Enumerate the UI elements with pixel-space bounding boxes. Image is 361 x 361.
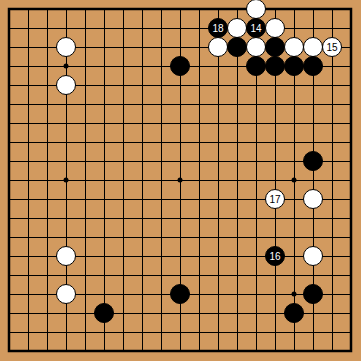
stone-white-R6 — [304, 247, 323, 266]
stone-black-O16 — [247, 57, 266, 76]
stone-white-N18 — [228, 19, 247, 38]
black-stone-circle — [304, 57, 323, 76]
stone-black-P6: 16 — [266, 247, 285, 266]
stone-black-Q16 — [285, 57, 304, 76]
black-stone-circle — [247, 57, 266, 76]
black-stone-circle — [247, 19, 266, 38]
black-stone-circle — [304, 285, 323, 304]
go-board: 1814151716 — [0, 0, 361, 361]
black-stone-circle — [266, 247, 285, 266]
stone-black-Q3 — [285, 304, 304, 323]
black-stone-circle — [209, 19, 228, 38]
white-stone-circle — [209, 38, 228, 57]
black-stone-circle — [285, 57, 304, 76]
white-stone-circle — [304, 38, 323, 57]
stone-white-O19 — [247, 0, 266, 19]
white-stone-circle — [304, 190, 323, 209]
stone-white-R17 — [304, 38, 323, 57]
white-stone-circle — [266, 190, 285, 209]
stone-black-R11 — [304, 152, 323, 171]
stone-black-R4 — [304, 285, 323, 304]
white-stone-circle — [228, 19, 247, 38]
black-stone-circle — [171, 285, 190, 304]
white-stone-circle — [247, 0, 266, 19]
star-point — [64, 178, 69, 183]
stone-black-K16 — [171, 57, 190, 76]
stone-white-R9 — [304, 190, 323, 209]
black-stone-circle — [285, 304, 304, 323]
stone-black-F3 — [95, 304, 114, 323]
black-stone-circle — [171, 57, 190, 76]
go-board-diagram: 1814151716 — [0, 0, 361, 361]
stone-white-P18 — [266, 19, 285, 38]
stone-white-D4 — [57, 285, 76, 304]
stone-black-P16 — [266, 57, 285, 76]
white-stone-circle — [247, 38, 266, 57]
white-stone-circle — [57, 38, 76, 57]
star-point — [292, 292, 297, 297]
stone-white-D6 — [57, 247, 76, 266]
stone-white-M17 — [209, 38, 228, 57]
stone-white-O17 — [247, 38, 266, 57]
black-stone-circle — [266, 38, 285, 57]
stone-white-D15 — [57, 76, 76, 95]
black-stone-circle — [266, 57, 285, 76]
white-stone-circle — [57, 76, 76, 95]
black-stone-circle — [304, 152, 323, 171]
white-stone-circle — [57, 285, 76, 304]
star-point — [292, 178, 297, 183]
star-point — [64, 64, 69, 69]
stone-black-M18: 18 — [209, 19, 228, 38]
star-point — [178, 178, 183, 183]
stone-white-D17 — [57, 38, 76, 57]
stone-white-P9: 17 — [266, 190, 285, 209]
stone-white-S17: 15 — [323, 38, 342, 57]
white-stone-circle — [57, 247, 76, 266]
stone-black-P17 — [266, 38, 285, 57]
black-stone-circle — [228, 38, 247, 57]
white-stone-circle — [323, 38, 342, 57]
stone-white-Q17 — [285, 38, 304, 57]
black-stone-circle — [95, 304, 114, 323]
white-stone-circle — [266, 19, 285, 38]
white-stone-circle — [304, 247, 323, 266]
stone-black-K4 — [171, 285, 190, 304]
stone-black-R16 — [304, 57, 323, 76]
stone-black-N17 — [228, 38, 247, 57]
stone-black-O18: 14 — [247, 19, 266, 38]
white-stone-circle — [285, 38, 304, 57]
